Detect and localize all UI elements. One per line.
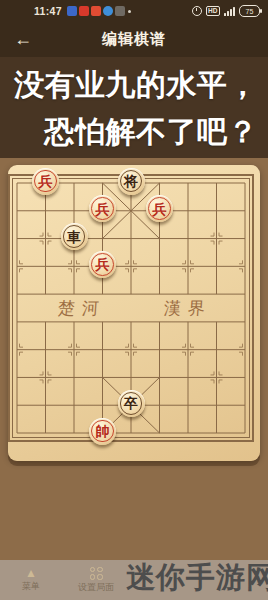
watermark-text: 迷你手游网 bbox=[126, 558, 268, 598]
piece-character: 卒 bbox=[124, 396, 138, 410]
caption-line1: 没有业九的水平， bbox=[0, 61, 258, 108]
river-label-han: 漢界 bbox=[163, 297, 213, 320]
piece-black-卒[interactable]: 卒 bbox=[118, 390, 145, 417]
piece-character: 兵 bbox=[96, 257, 110, 271]
app-notification-icon bbox=[115, 6, 125, 16]
alarm-icon bbox=[192, 6, 202, 16]
clock-time: 11:47 bbox=[34, 5, 62, 17]
notification-icons bbox=[67, 6, 125, 16]
battery-icon: 75 bbox=[239, 5, 260, 17]
piece-red-兵[interactable]: 兵 bbox=[32, 168, 59, 195]
game-area: 楚河 漢界 兵将兵兵車兵卒帥 bbox=[0, 158, 268, 560]
hd-icon: HD bbox=[206, 6, 220, 16]
menu-button[interactable]: ▲ 菜单 bbox=[22, 567, 40, 593]
piece-character: 兵 bbox=[96, 202, 110, 216]
status-bar: 11:47 HD 75 bbox=[0, 0, 268, 22]
menu-label: 菜单 bbox=[22, 580, 40, 593]
setup-grid-icon bbox=[90, 567, 103, 580]
more-notifications-dot bbox=[128, 10, 131, 13]
piece-black-車[interactable]: 車 bbox=[61, 223, 88, 250]
piece-character: 車 bbox=[67, 230, 81, 244]
title-bar: ← 编辑棋谱 bbox=[0, 22, 268, 57]
app-notification-icon bbox=[103, 6, 113, 16]
caption-text: 没有业九的水平， 恐怕解不了吧？ bbox=[0, 57, 268, 158]
river-label-chu: 楚河 bbox=[57, 297, 107, 320]
piece-character: 帥 bbox=[96, 424, 110, 438]
app-notification-icon bbox=[67, 6, 77, 16]
piece-red-兵[interactable]: 兵 bbox=[89, 251, 116, 278]
app-notification-icon bbox=[91, 6, 101, 16]
page-title: 编辑棋谱 bbox=[0, 22, 268, 57]
xiangqi-board[interactable]: 楚河 漢界 兵将兵兵車兵卒帥 bbox=[8, 165, 260, 461]
caption-line2: 恐怕解不了吧？ bbox=[0, 108, 258, 155]
piece-character: 将 bbox=[124, 174, 138, 188]
signal-icon bbox=[224, 6, 235, 16]
piece-character: 兵 bbox=[39, 174, 53, 188]
piece-character: 兵 bbox=[153, 202, 167, 216]
piece-black-将[interactable]: 将 bbox=[118, 168, 145, 195]
setup-label: 设置局面 bbox=[78, 581, 114, 594]
setup-position-button[interactable]: 设置局面 bbox=[78, 567, 114, 594]
piece-red-帥[interactable]: 帥 bbox=[89, 418, 116, 445]
app-notification-icon bbox=[79, 6, 89, 16]
menu-arrow-icon: ▲ bbox=[25, 567, 37, 579]
